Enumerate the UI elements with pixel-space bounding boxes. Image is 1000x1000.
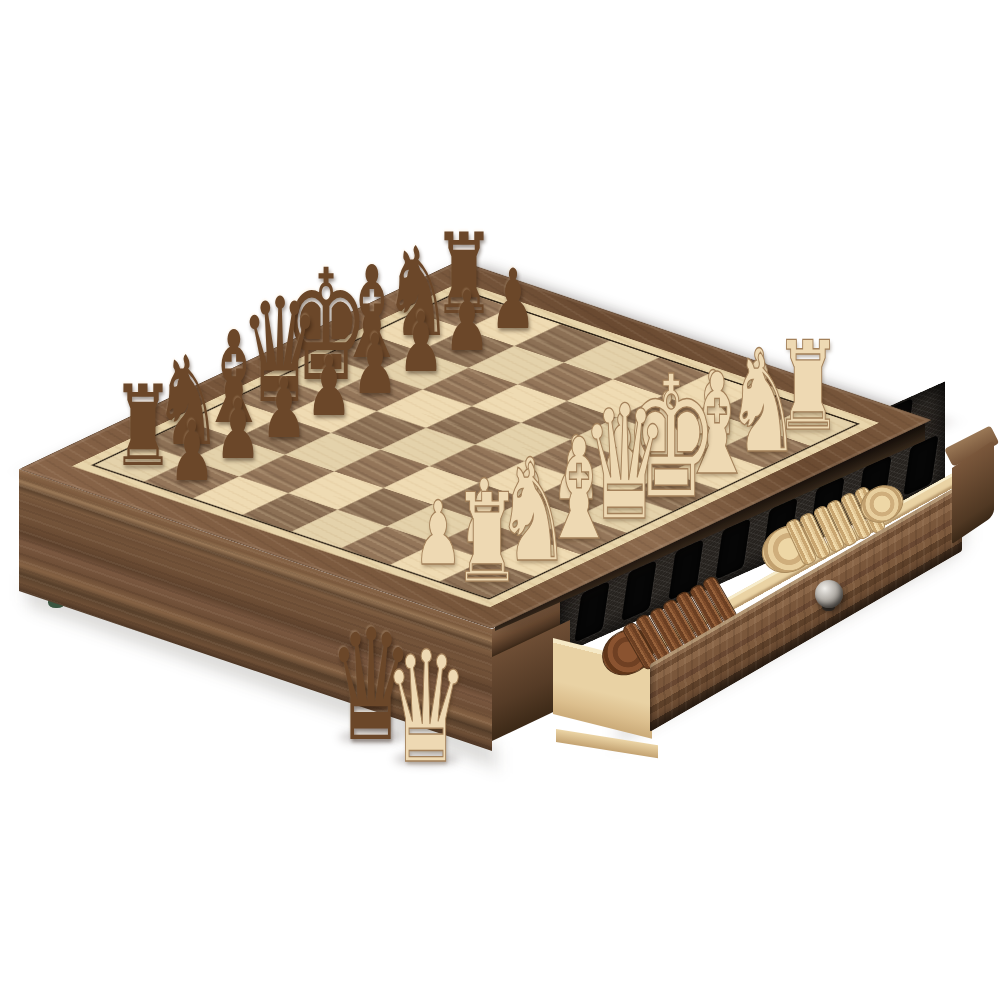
piece-black-pawn[interactable]: ♟	[490, 259, 536, 342]
piece-black-pawn[interactable]: ♟	[444, 281, 490, 364]
piece-white-rook[interactable]: ♜	[453, 478, 521, 601]
drawer-knob[interactable]	[815, 580, 843, 608]
piece-black-pawn[interactable]: ♟	[352, 324, 398, 407]
piece-black-pawn[interactable]: ♟	[398, 302, 444, 385]
piece-black-pawn[interactable]: ♟	[306, 346, 352, 429]
piece-black-pawn[interactable]: ♟	[215, 389, 261, 472]
spare-queen-light[interactable]: ♛	[383, 631, 469, 785]
piece-black-pawn[interactable]: ♟	[169, 411, 215, 494]
chess-box-set-photo: ♜♞♝♛♚♝♞♜♟♟♟♟♟♟♟♟♟♟♟♟♟♟♟♟♜♞♝♛♚♝♞♜ ♛♛	[0, 0, 1000, 1000]
piece-black-pawn[interactable]: ♟	[261, 368, 307, 451]
piece-black-rook[interactable]: ♜	[111, 371, 173, 483]
